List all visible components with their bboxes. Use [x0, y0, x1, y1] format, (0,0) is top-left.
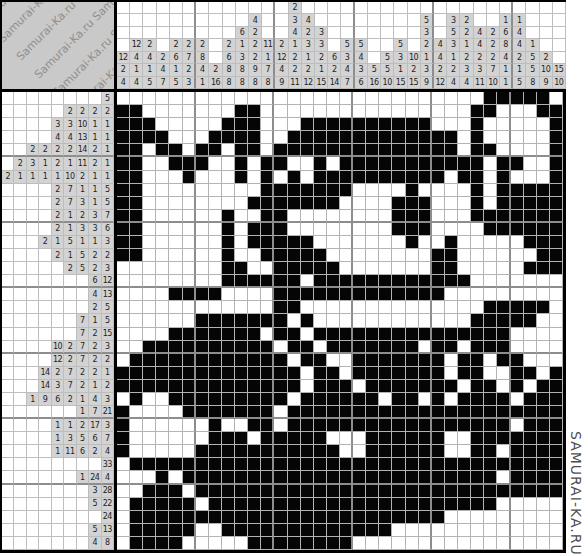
grid-cell-r33-c1[interactable]	[117, 511, 130, 524]
grid-cell-r19-c16[interactable]	[314, 328, 327, 341]
grid-cell-r22-c1[interactable]	[117, 367, 130, 380]
grid-cell-r11-c8[interactable]	[209, 223, 222, 236]
grid-cell-r20-c14[interactable]	[288, 341, 301, 354]
grid-cell-r21-c17[interactable]	[327, 354, 340, 367]
grid-cell-r3-c25[interactable]	[432, 118, 445, 131]
grid-cell-r22-c6[interactable]	[183, 367, 196, 380]
grid-cell-r23-c5[interactable]	[169, 380, 182, 393]
grid-cell-r26-c7[interactable]	[196, 419, 209, 432]
grid-cell-r32-c17[interactable]	[327, 498, 340, 511]
grid-cell-r13-c5[interactable]	[169, 249, 182, 262]
grid-cell-r20-c5[interactable]	[169, 341, 182, 354]
grid-cell-r33-c28[interactable]	[471, 511, 484, 524]
grid-cell-r9-c33[interactable]	[537, 197, 550, 210]
grid-cell-r8-c31[interactable]	[511, 184, 524, 197]
grid-cell-r25-c28[interactable]	[471, 406, 484, 419]
grid-cell-r7-c27[interactable]	[458, 171, 471, 184]
grid-cell-r16-c12[interactable]	[261, 288, 274, 301]
grid-cell-r10-c13[interactable]	[274, 210, 287, 223]
grid-cell-r3-c16[interactable]	[314, 118, 327, 131]
grid-cell-r13-c19[interactable]	[353, 249, 366, 262]
grid-cell-r18-c12[interactable]	[261, 314, 274, 327]
grid-cell-r1-c21[interactable]	[379, 92, 392, 105]
grid-cell-r11-c33[interactable]	[537, 223, 550, 236]
grid-cell-r34-c27[interactable]	[458, 524, 471, 537]
grid-cell-r32-c2[interactable]	[130, 498, 143, 511]
grid-cell-r10-c32[interactable]	[524, 210, 537, 223]
grid-cell-r9-c4[interactable]	[156, 197, 169, 210]
grid-cell-r8-c2[interactable]	[130, 184, 143, 197]
grid-cell-r18-c19[interactable]	[353, 314, 366, 327]
grid-cell-r32-c14[interactable]	[288, 498, 301, 511]
grid-cell-r35-c18[interactable]	[340, 537, 353, 550]
grid-cell-r6-c27[interactable]	[458, 157, 471, 170]
grid-cell-r15-c9[interactable]	[222, 275, 235, 288]
grid-cell-r14-c16[interactable]	[314, 262, 327, 275]
grid-cell-r32-c13[interactable]	[274, 498, 287, 511]
grid-cell-r34-c21[interactable]	[379, 524, 392, 537]
grid-cell-r22-c34[interactable]	[550, 367, 563, 380]
grid-cell-r32-c4[interactable]	[156, 498, 169, 511]
grid-cell-r6-c15[interactable]	[301, 157, 314, 170]
grid-cell-r16-c26[interactable]	[445, 288, 458, 301]
grid-cell-r12-c22[interactable]	[392, 236, 405, 249]
grid-cell-r5-c5[interactable]	[169, 144, 182, 157]
grid-cell-r28-c22[interactable]	[392, 445, 405, 458]
grid-cell-r27-c5[interactable]	[169, 432, 182, 445]
grid-cell-r27-c12[interactable]	[261, 432, 274, 445]
grid-cell-r29-c13[interactable]	[274, 458, 287, 471]
grid-cell-r23-c23[interactable]	[406, 380, 419, 393]
grid-cell-r4-c21[interactable]	[379, 131, 392, 144]
grid-cell-r5-c8[interactable]	[209, 144, 222, 157]
grid-cell-r28-c30[interactable]	[497, 445, 510, 458]
grid-cell-r2-c19[interactable]	[353, 105, 366, 118]
grid-cell-r15-c27[interactable]	[458, 275, 471, 288]
grid-cell-r10-c24[interactable]	[419, 210, 432, 223]
grid-cell-r24-c33[interactable]	[537, 393, 550, 406]
grid-cell-r19-c5[interactable]	[169, 328, 182, 341]
grid-cell-r29-c22[interactable]	[392, 458, 405, 471]
grid-cell-r15-c11[interactable]	[248, 275, 261, 288]
grid-cell-r23-c3[interactable]	[143, 380, 156, 393]
grid-cell-r15-c7[interactable]	[196, 275, 209, 288]
grid-cell-r24-c13[interactable]	[274, 393, 287, 406]
grid-cell-r29-c29[interactable]	[484, 458, 497, 471]
grid-cell-r13-c8[interactable]	[209, 249, 222, 262]
grid-cell-r13-c7[interactable]	[196, 249, 209, 262]
grid-cell-r33-c11[interactable]	[248, 511, 261, 524]
grid-cell-r15-c10[interactable]	[235, 275, 248, 288]
grid-cell-r28-c13[interactable]	[274, 445, 287, 458]
grid-cell-r21-c8[interactable]	[209, 354, 222, 367]
grid-cell-r13-c27[interactable]	[458, 249, 471, 262]
grid-cell-r9-c25[interactable]	[432, 197, 445, 210]
grid-cell-r20-c20[interactable]	[366, 341, 379, 354]
grid-cell-r26-c9[interactable]	[222, 419, 235, 432]
grid-cell-r23-c29[interactable]	[484, 380, 497, 393]
grid-cell-r22-c4[interactable]	[156, 367, 169, 380]
grid-cell-r16-c2[interactable]	[130, 288, 143, 301]
grid-cell-r20-c8[interactable]	[209, 341, 222, 354]
grid-cell-r28-c27[interactable]	[458, 445, 471, 458]
grid-cell-r27-c19[interactable]	[353, 432, 366, 445]
grid-cell-r11-c5[interactable]	[169, 223, 182, 236]
grid-cell-r7-c1[interactable]	[117, 171, 130, 184]
grid-cell-r19-c26[interactable]	[445, 328, 458, 341]
grid-cell-r24-c9[interactable]	[222, 393, 235, 406]
grid-cell-r3-c11[interactable]	[248, 118, 261, 131]
grid-cell-r16-c23[interactable]	[406, 288, 419, 301]
grid-cell-r14-c1[interactable]	[117, 262, 130, 275]
grid-cell-r10-c12[interactable]	[261, 210, 274, 223]
grid-cell-r12-c10[interactable]	[235, 236, 248, 249]
grid-cell-r21-c4[interactable]	[156, 354, 169, 367]
grid-cell-r13-c30[interactable]	[497, 249, 510, 262]
grid-cell-r6-c33[interactable]	[537, 157, 550, 170]
grid-cell-r21-c34[interactable]	[550, 354, 563, 367]
grid-cell-r11-c29[interactable]	[484, 223, 497, 236]
grid-cell-r20-c28[interactable]	[471, 341, 484, 354]
grid-cell-r12-c28[interactable]	[471, 236, 484, 249]
grid-cell-r20-c16[interactable]	[314, 341, 327, 354]
grid-cell-r15-c5[interactable]	[169, 275, 182, 288]
grid-cell-r4-c20[interactable]	[366, 131, 379, 144]
grid-cell-r23-c26[interactable]	[445, 380, 458, 393]
grid-cell-r24-c15[interactable]	[301, 393, 314, 406]
grid-cell-r26-c18[interactable]	[340, 419, 353, 432]
grid-cell-r33-c14[interactable]	[288, 511, 301, 524]
grid-cell-r7-c10[interactable]	[235, 171, 248, 184]
grid-cell-r6-c7[interactable]	[196, 157, 209, 170]
grid-cell-r8-c19[interactable]	[353, 184, 366, 197]
grid-cell-r14-c24[interactable]	[419, 262, 432, 275]
grid-cell-r3-c34[interactable]	[550, 118, 563, 131]
grid-cell-r19-c19[interactable]	[353, 328, 366, 341]
grid-cell-r3-c10[interactable]	[235, 118, 248, 131]
grid-cell-r29-c12[interactable]	[261, 458, 274, 471]
grid-cell-r21-c20[interactable]	[366, 354, 379, 367]
grid-cell-r8-c11[interactable]	[248, 184, 261, 197]
grid-cell-r2-c31[interactable]	[511, 105, 524, 118]
grid-cell-r20-c23[interactable]	[406, 341, 419, 354]
grid-cell-r33-c6[interactable]	[183, 511, 196, 524]
grid-cell-r6-c30[interactable]	[497, 157, 510, 170]
grid-cell-r4-c17[interactable]	[327, 131, 340, 144]
grid-cell-r32-c9[interactable]	[222, 498, 235, 511]
grid-cell-r16-c24[interactable]	[419, 288, 432, 301]
grid-cell-r10-c25[interactable]	[432, 210, 445, 223]
grid-cell-r32-c27[interactable]	[458, 498, 471, 511]
grid-cell-r25-c29[interactable]	[484, 406, 497, 419]
grid-cell-r28-c23[interactable]	[406, 445, 419, 458]
grid-cell-r27-c30[interactable]	[497, 432, 510, 445]
grid-cell-r11-c34[interactable]	[550, 223, 563, 236]
grid-cell-r16-c31[interactable]	[511, 288, 524, 301]
grid-cell-r24-c17[interactable]	[327, 393, 340, 406]
grid-cell-r32-c20[interactable]	[366, 498, 379, 511]
grid-cell-r1-c10[interactable]	[235, 92, 248, 105]
grid-cell-r25-c34[interactable]	[550, 406, 563, 419]
grid-cell-r27-c9[interactable]	[222, 432, 235, 445]
grid-cell-r2-c10[interactable]	[235, 105, 248, 118]
grid-cell-r7-c24[interactable]	[419, 171, 432, 184]
grid-cell-r2-c4[interactable]	[156, 105, 169, 118]
grid-cell-r30-c29[interactable]	[484, 471, 497, 484]
grid-cell-r9-c31[interactable]	[511, 197, 524, 210]
grid-cell-r19-c31[interactable]	[511, 328, 524, 341]
grid-cell-r20-c4[interactable]	[156, 341, 169, 354]
grid-cell-r23-c11[interactable]	[248, 380, 261, 393]
grid-cell-r32-c3[interactable]	[143, 498, 156, 511]
grid-cell-r17-c14[interactable]	[288, 301, 301, 314]
grid-cell-r31-c7[interactable]	[196, 485, 209, 498]
grid-cell-r24-c27[interactable]	[458, 393, 471, 406]
grid-cell-r30-c14[interactable]	[288, 471, 301, 484]
grid-cell-r32-c24[interactable]	[419, 498, 432, 511]
grid-cell-r6-c17[interactable]	[327, 157, 340, 170]
grid-cell-r8-c3[interactable]	[143, 184, 156, 197]
grid-cell-r22-c13[interactable]	[274, 367, 287, 380]
grid-cell-r2-c6[interactable]	[183, 105, 196, 118]
grid-cell-r5-c15[interactable]	[301, 144, 314, 157]
grid-cell-r5-c32[interactable]	[524, 144, 537, 157]
grid-cell-r9-c30[interactable]	[497, 197, 510, 210]
grid-cell-r8-c13[interactable]	[274, 184, 287, 197]
grid-cell-r27-c8[interactable]	[209, 432, 222, 445]
grid-cell-r8-c15[interactable]	[301, 184, 314, 197]
grid-cell-r26-c32[interactable]	[524, 419, 537, 432]
grid-cell-r31-c23[interactable]	[406, 485, 419, 498]
grid-cell-r35-c4[interactable]	[156, 537, 169, 550]
grid-cell-r8-c20[interactable]	[366, 184, 379, 197]
grid-cell-r23-c17[interactable]	[327, 380, 340, 393]
grid-cell-r14-c9[interactable]	[222, 262, 235, 275]
grid-cell-r10-c17[interactable]	[327, 210, 340, 223]
grid-cell-r20-c22[interactable]	[392, 341, 405, 354]
grid-cell-r30-c28[interactable]	[471, 471, 484, 484]
grid-cell-r12-c30[interactable]	[497, 236, 510, 249]
grid-cell-r3-c1[interactable]	[117, 118, 130, 131]
grid-cell-r7-c12[interactable]	[261, 171, 274, 184]
grid-cell-r30-c6[interactable]	[183, 471, 196, 484]
grid-cell-r30-c32[interactable]	[524, 471, 537, 484]
grid-cell-r28-c3[interactable]	[143, 445, 156, 458]
grid-cell-r1-c20[interactable]	[366, 92, 379, 105]
grid-cell-r7-c14[interactable]	[288, 171, 301, 184]
grid-cell-r13-c9[interactable]	[222, 249, 235, 262]
grid-cell-r9-c3[interactable]	[143, 197, 156, 210]
grid-cell-r5-c11[interactable]	[248, 144, 261, 157]
grid-cell-r9-c8[interactable]	[209, 197, 222, 210]
grid-cell-r28-c14[interactable]	[288, 445, 301, 458]
grid-cell-r30-c33[interactable]	[537, 471, 550, 484]
grid-cell-r5-c2[interactable]	[130, 144, 143, 157]
grid-cell-r25-c21[interactable]	[379, 406, 392, 419]
grid-cell-r20-c32[interactable]	[524, 341, 537, 354]
grid-cell-r33-c23[interactable]	[406, 511, 419, 524]
grid-cell-r22-c22[interactable]	[392, 367, 405, 380]
grid-cell-r28-c2[interactable]	[130, 445, 143, 458]
grid-cell-r7-c22[interactable]	[392, 171, 405, 184]
grid-cell-r32-c21[interactable]	[379, 498, 392, 511]
grid-cell-r11-c1[interactable]	[117, 223, 130, 236]
grid-cell-r15-c3[interactable]	[143, 275, 156, 288]
grid-cell-r31-c32[interactable]	[524, 485, 537, 498]
grid-cell-r26-c4[interactable]	[156, 419, 169, 432]
grid-cell-r35-c30[interactable]	[497, 537, 510, 550]
grid-cell-r2-c1[interactable]	[117, 105, 130, 118]
grid-cell-r11-c20[interactable]	[366, 223, 379, 236]
grid-cell-r1-c34[interactable]	[550, 92, 563, 105]
grid-cell-r2-c12[interactable]	[261, 105, 274, 118]
grid-cell-r1-c30[interactable]	[497, 92, 510, 105]
grid-cell-r7-c5[interactable]	[169, 171, 182, 184]
grid-cell-r25-c19[interactable]	[353, 406, 366, 419]
grid-cell-r2-c24[interactable]	[419, 105, 432, 118]
grid-cell-r25-c27[interactable]	[458, 406, 471, 419]
grid-cell-r35-c25[interactable]	[432, 537, 445, 550]
grid-cell-r4-c13[interactable]	[274, 131, 287, 144]
grid-cell-r28-c19[interactable]	[353, 445, 366, 458]
grid-cell-r28-c7[interactable]	[196, 445, 209, 458]
grid-cell-r4-c31[interactable]	[511, 131, 524, 144]
grid-cell-r24-c31[interactable]	[511, 393, 524, 406]
grid-cell-r31-c17[interactable]	[327, 485, 340, 498]
grid-cell-r30-c15[interactable]	[301, 471, 314, 484]
grid-cell-r32-c12[interactable]	[261, 498, 274, 511]
grid-cell-r22-c5[interactable]	[169, 367, 182, 380]
grid-cell-r2-c25[interactable]	[432, 105, 445, 118]
grid-cell-r25-c32[interactable]	[524, 406, 537, 419]
grid-cell-r16-c22[interactable]	[392, 288, 405, 301]
grid-cell-r35-c20[interactable]	[366, 537, 379, 550]
grid-cell-r8-c5[interactable]	[169, 184, 182, 197]
grid-cell-r16-c30[interactable]	[497, 288, 510, 301]
grid-cell-r10-c8[interactable]	[209, 210, 222, 223]
grid-cell-r6-c20[interactable]	[366, 157, 379, 170]
grid-cell-r6-c25[interactable]	[432, 157, 445, 170]
grid-cell-r34-c29[interactable]	[484, 524, 497, 537]
grid-cell-r31-c9[interactable]	[222, 485, 235, 498]
grid-cell-r9-c13[interactable]	[274, 197, 287, 210]
grid-cell-r18-c26[interactable]	[445, 314, 458, 327]
grid-cell-r19-c30[interactable]	[497, 328, 510, 341]
grid-cell-r13-c4[interactable]	[156, 249, 169, 262]
grid-cell-r34-c5[interactable]	[169, 524, 182, 537]
grid-cell-r3-c21[interactable]	[379, 118, 392, 131]
grid-cell-r4-c27[interactable]	[458, 131, 471, 144]
grid-cell-r25-c11[interactable]	[248, 406, 261, 419]
grid-cell-r27-c15[interactable]	[301, 432, 314, 445]
grid-cell-r19-c23[interactable]	[406, 328, 419, 341]
grid-cell-r11-c4[interactable]	[156, 223, 169, 236]
grid-cell-r18-c7[interactable]	[196, 314, 209, 327]
grid-cell-r17-c21[interactable]	[379, 301, 392, 314]
grid-cell-r31-c34[interactable]	[550, 485, 563, 498]
grid-cell-r6-c23[interactable]	[406, 157, 419, 170]
grid-cell-r17-c1[interactable]	[117, 301, 130, 314]
grid-cell-r33-c26[interactable]	[445, 511, 458, 524]
grid-cell-r24-c24[interactable]	[419, 393, 432, 406]
grid-cell-r9-c29[interactable]	[484, 197, 497, 210]
grid-cell-r4-c6[interactable]	[183, 131, 196, 144]
grid-cell-r15-c15[interactable]	[301, 275, 314, 288]
grid-cell-r34-c25[interactable]	[432, 524, 445, 537]
grid-cell-r28-c16[interactable]	[314, 445, 327, 458]
grid-cell-r21-c30[interactable]	[497, 354, 510, 367]
grid-cell-r17-c30[interactable]	[497, 301, 510, 314]
grid-cell-r12-c1[interactable]	[117, 236, 130, 249]
grid-cell-r17-c9[interactable]	[222, 301, 235, 314]
grid-cell-r11-c13[interactable]	[274, 223, 287, 236]
grid-cell-r5-c34[interactable]	[550, 144, 563, 157]
grid-cell-r3-c4[interactable]	[156, 118, 169, 131]
grid-cell-r23-c24[interactable]	[419, 380, 432, 393]
grid-cell-r7-c33[interactable]	[537, 171, 550, 184]
grid-cell-r26-c31[interactable]	[511, 419, 524, 432]
grid-cell-r29-c15[interactable]	[301, 458, 314, 471]
grid-cell-r7-c2[interactable]	[130, 171, 143, 184]
grid-cell-r8-c8[interactable]	[209, 184, 222, 197]
grid-cell-r3-c13[interactable]	[274, 118, 287, 131]
grid-cell-r21-c1[interactable]	[117, 354, 130, 367]
grid-cell-r27-c18[interactable]	[340, 432, 353, 445]
grid-cell-r20-c10[interactable]	[235, 341, 248, 354]
grid-cell-r3-c14[interactable]	[288, 118, 301, 131]
grid-cell-r19-c21[interactable]	[379, 328, 392, 341]
grid-cell-r31-c18[interactable]	[340, 485, 353, 498]
grid-cell-r20-c34[interactable]	[550, 341, 563, 354]
grid-cell-r23-c33[interactable]	[537, 380, 550, 393]
grid-cell-r27-c24[interactable]	[419, 432, 432, 445]
grid-cell-r32-c22[interactable]	[392, 498, 405, 511]
grid-cell-r2-c22[interactable]	[392, 105, 405, 118]
grid-cell-r28-c8[interactable]	[209, 445, 222, 458]
grid-cell-r26-c15[interactable]	[301, 419, 314, 432]
grid-cell-r3-c15[interactable]	[301, 118, 314, 131]
grid-cell-r30-c26[interactable]	[445, 471, 458, 484]
grid-cell-r9-c16[interactable]	[314, 197, 327, 210]
grid-cell-r27-c13[interactable]	[274, 432, 287, 445]
grid-cell-r31-c4[interactable]	[156, 485, 169, 498]
grid-cell-r35-c16[interactable]	[314, 537, 327, 550]
grid-cell-r13-c34[interactable]	[550, 249, 563, 262]
grid-cell-r14-c4[interactable]	[156, 262, 169, 275]
grid-cell-r3-c5[interactable]	[169, 118, 182, 131]
grid-cell-r27-c7[interactable]	[196, 432, 209, 445]
grid-cell-r19-c24[interactable]	[419, 328, 432, 341]
grid-cell-r18-c6[interactable]	[183, 314, 196, 327]
grid-cell-r24-c21[interactable]	[379, 393, 392, 406]
grid-cell-r16-c4[interactable]	[156, 288, 169, 301]
grid-cell-r28-c10[interactable]	[235, 445, 248, 458]
grid-cell-r35-c33[interactable]	[537, 537, 550, 550]
grid-cell-r8-c7[interactable]	[196, 184, 209, 197]
grid-cell-r6-c5[interactable]	[169, 157, 182, 170]
grid-cell-r18-c1[interactable]	[117, 314, 130, 327]
grid-cell-r4-c5[interactable]	[169, 131, 182, 144]
grid-cell-r33-c32[interactable]	[524, 511, 537, 524]
grid-cell-r4-c7[interactable]	[196, 131, 209, 144]
grid-cell-r16-c10[interactable]	[235, 288, 248, 301]
grid-cell-r23-c32[interactable]	[524, 380, 537, 393]
grid-cell-r6-c13[interactable]	[274, 157, 287, 170]
grid-cell-r16-c33[interactable]	[537, 288, 550, 301]
grid-cell-r11-c22[interactable]	[392, 223, 405, 236]
grid-cell-r20-c11[interactable]	[248, 341, 261, 354]
grid-cell-r4-c8[interactable]	[209, 131, 222, 144]
